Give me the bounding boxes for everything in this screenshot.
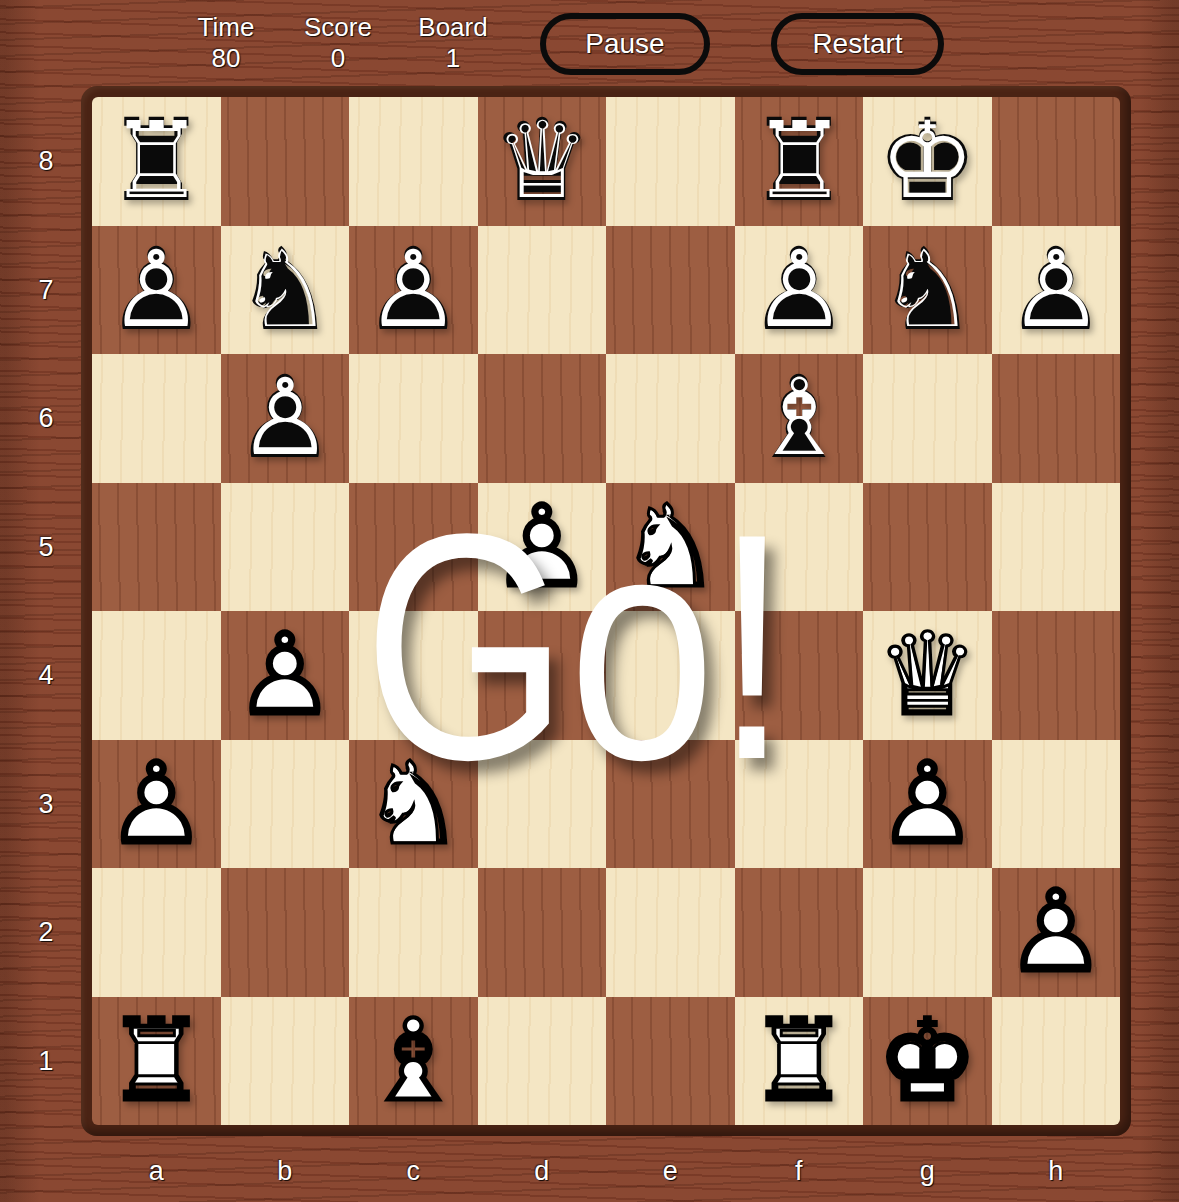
black-rook[interactable]: ♜♖ (735, 97, 864, 226)
white-knight-glyph-fill: ♞ (606, 483, 735, 612)
square-c4[interactable] (349, 611, 478, 740)
square-b1[interactable] (221, 997, 350, 1126)
white-bishop-glyph-outline: ♗ (349, 997, 478, 1126)
black-rook-glyph-outline: ♖ (96, 101, 216, 221)
square-e6[interactable] (606, 354, 735, 483)
white-pawn[interactable]: ♟♙ (92, 740, 221, 869)
white-pawn-glyph-outline: ♙ (863, 740, 992, 869)
square-d3[interactable] (478, 740, 607, 869)
square-g3[interactable]: ♟♙ (863, 740, 992, 869)
black-knight-glyph-fill: ♞ (863, 226, 992, 355)
square-b5[interactable] (221, 483, 350, 612)
square-f5[interactable] (735, 483, 864, 612)
square-f8[interactable]: ♜♖ (735, 97, 864, 226)
board-number-stat: Board 1 (383, 12, 523, 73)
white-pawn-glyph-outline: ♙ (92, 740, 221, 869)
square-d4[interactable] (478, 611, 607, 740)
white-pawn[interactable]: ♟♙ (221, 611, 350, 740)
square-e2[interactable] (606, 868, 735, 997)
black-king-glyph-outline: ♔ (867, 101, 987, 221)
file-label-b: b (265, 1155, 305, 1187)
square-h1[interactable] (992, 997, 1121, 1126)
white-bishop[interactable]: ♝♗ (349, 997, 478, 1126)
black-pawn[interactable]: ♟♙ (349, 226, 478, 355)
black-pawn-glyph-fill: ♟ (992, 226, 1121, 355)
square-a6[interactable] (92, 354, 221, 483)
square-g8[interactable]: ♚♔ (863, 97, 992, 226)
white-rook-glyph-outline: ♖ (735, 997, 864, 1126)
file-label-h: h (1036, 1155, 1076, 1187)
pause-button[interactable]: Pause (540, 13, 710, 75)
black-king-glyph-fill: ♚ (863, 97, 992, 226)
file-label-c: c (393, 1155, 433, 1187)
square-a8[interactable]: ♜♖ (92, 97, 221, 226)
file-label-d: d (522, 1155, 562, 1187)
rank-label-3: 3 (26, 788, 66, 820)
black-king[interactable]: ♚♔ (863, 97, 992, 226)
black-knight-glyph-outline: ♘ (867, 230, 987, 350)
square-h8[interactable] (992, 97, 1121, 226)
square-g1[interactable]: ♚♔ (863, 997, 992, 1126)
black-pawn[interactable]: ♟♙ (735, 226, 864, 355)
white-pawn[interactable]: ♟♙ (478, 483, 607, 612)
square-d1[interactable] (478, 997, 607, 1126)
square-b2[interactable] (221, 868, 350, 997)
file-label-g: g (907, 1155, 947, 1187)
square-b6[interactable]: ♟♙ (221, 354, 350, 483)
square-e7[interactable] (606, 226, 735, 355)
black-pawn[interactable]: ♟♙ (221, 354, 350, 483)
black-queen-glyph-fill: ♛ (478, 97, 607, 226)
square-b8[interactable] (221, 97, 350, 226)
white-knight-glyph-fill: ♞ (349, 740, 478, 869)
rank-label-1: 1 (26, 1045, 66, 1077)
white-pawn[interactable]: ♟♙ (992, 868, 1121, 997)
square-d5[interactable]: ♟♙ (478, 483, 607, 612)
white-pawn-glyph-fill: ♟ (221, 611, 350, 740)
black-pawn-glyph-fill: ♟ (92, 226, 221, 355)
white-pawn-glyph-outline: ♙ (221, 611, 350, 740)
white-king[interactable]: ♚♔ (863, 997, 992, 1126)
square-f4[interactable] (735, 611, 864, 740)
white-knight-glyph-outline: ♘ (349, 740, 478, 869)
black-rook-glyph-outline: ♖ (739, 101, 859, 221)
square-a1[interactable]: ♜♖ (92, 997, 221, 1126)
square-h3[interactable] (992, 740, 1121, 869)
black-rook[interactable]: ♜♖ (92, 97, 221, 226)
chess-app-screen: Time 80 Score 0 Board 1 Pause Restart 87… (0, 0, 1179, 1202)
white-pawn-glyph-outline: ♙ (478, 483, 607, 612)
square-a3[interactable]: ♟♙ (92, 740, 221, 869)
white-knight-glyph-outline: ♘ (606, 483, 735, 612)
file-label-f: f (779, 1155, 819, 1187)
square-g4[interactable]: ♛♕ (863, 611, 992, 740)
white-pawn-glyph-fill: ♟ (992, 868, 1121, 997)
white-pawn-glyph-outline: ♙ (992, 868, 1121, 997)
white-queen-glyph-outline: ♕ (863, 611, 992, 740)
square-c1[interactable]: ♝♗ (349, 997, 478, 1126)
square-g2[interactable] (863, 868, 992, 997)
square-g5[interactable] (863, 483, 992, 612)
board: ♜♖♛♕♜♖♚♔♟♙♞♘♟♙♟♙♞♘♟♙♟♙♝♗♟♙♞♘♟♙♛♕♟♙♞♘♟♙♟♙… (92, 97, 1120, 1125)
white-knight[interactable]: ♞♘ (349, 740, 478, 869)
square-b4[interactable]: ♟♙ (221, 611, 350, 740)
rank-label-4: 4 (26, 659, 66, 691)
square-g6[interactable] (863, 354, 992, 483)
black-pawn-glyph-outline: ♙ (739, 230, 859, 350)
rank-label-5: 5 (26, 531, 66, 563)
rank-label-2: 2 (26, 916, 66, 948)
black-pawn-glyph-outline: ♙ (225, 358, 345, 478)
file-label-e: e (650, 1155, 690, 1187)
black-knight[interactable]: ♞♘ (221, 226, 350, 355)
white-queen-glyph-fill: ♛ (863, 611, 992, 740)
black-rook-glyph-fill: ♜ (735, 97, 864, 226)
white-king-glyph-fill: ♚ (863, 997, 992, 1126)
square-e4[interactable] (606, 611, 735, 740)
square-h7[interactable]: ♟♙ (992, 226, 1121, 355)
square-e8[interactable] (606, 97, 735, 226)
square-c3[interactable]: ♞♘ (349, 740, 478, 869)
rank-label-6: 6 (26, 402, 66, 434)
black-bishop[interactable]: ♝♗ (735, 354, 864, 483)
square-c2[interactable] (349, 868, 478, 997)
white-pawn-glyph-fill: ♟ (478, 483, 607, 612)
black-pawn-glyph-fill: ♟ (349, 226, 478, 355)
rank-label-8: 8 (26, 145, 66, 177)
black-pawn[interactable]: ♟♙ (92, 226, 221, 355)
square-h5[interactable] (992, 483, 1121, 612)
square-e5[interactable]: ♞♘ (606, 483, 735, 612)
black-pawn-glyph-fill: ♟ (735, 226, 864, 355)
white-rook-glyph-outline: ♖ (92, 997, 221, 1126)
square-f1[interactable]: ♜♖ (735, 997, 864, 1126)
black-queen-glyph-outline: ♕ (482, 101, 602, 221)
square-a4[interactable] (92, 611, 221, 740)
square-f2[interactable] (735, 868, 864, 997)
square-d6[interactable] (478, 354, 607, 483)
square-f3[interactable] (735, 740, 864, 869)
board-frame: ♜♖♛♕♜♖♚♔♟♙♞♘♟♙♟♙♞♘♟♙♟♙♝♗♟♙♞♘♟♙♛♕♟♙♞♘♟♙♟♙… (81, 86, 1131, 1136)
white-queen[interactable]: ♛♕ (863, 611, 992, 740)
white-pawn-glyph-fill: ♟ (863, 740, 992, 869)
square-a5[interactable] (92, 483, 221, 612)
square-d8[interactable]: ♛♕ (478, 97, 607, 226)
black-knight[interactable]: ♞♘ (863, 226, 992, 355)
black-bishop-glyph-outline: ♗ (739, 358, 859, 478)
black-pawn-glyph-outline: ♙ (996, 230, 1116, 350)
square-b7[interactable]: ♞♘ (221, 226, 350, 355)
white-rook-glyph-fill: ♜ (735, 997, 864, 1126)
rank-label-7: 7 (26, 274, 66, 306)
square-a7[interactable]: ♟♙ (92, 226, 221, 355)
black-pawn-glyph-outline: ♙ (96, 230, 216, 350)
square-d7[interactable] (478, 226, 607, 355)
white-rook[interactable]: ♜♖ (735, 997, 864, 1126)
board-number-label: Board (383, 12, 523, 42)
white-knight[interactable]: ♞♘ (606, 483, 735, 612)
white-pawn-glyph-fill: ♟ (92, 740, 221, 869)
square-b3[interactable] (221, 740, 350, 869)
white-king-glyph-outline: ♔ (863, 997, 992, 1126)
square-h2[interactable]: ♟♙ (992, 868, 1121, 997)
square-e1[interactable] (606, 997, 735, 1126)
black-rook-glyph-fill: ♜ (92, 97, 221, 226)
board-number-value: 1 (383, 43, 523, 73)
white-rook-glyph-fill: ♜ (92, 997, 221, 1126)
square-c5[interactable] (349, 483, 478, 612)
square-e3[interactable] (606, 740, 735, 869)
square-c6[interactable] (349, 354, 478, 483)
restart-button[interactable]: Restart (771, 13, 944, 75)
white-pawn[interactable]: ♟♙ (863, 740, 992, 869)
square-f7[interactable]: ♟♙ (735, 226, 864, 355)
square-d2[interactable] (478, 868, 607, 997)
file-label-a: a (136, 1155, 176, 1187)
square-a2[interactable] (92, 868, 221, 997)
black-pawn-glyph-outline: ♙ (353, 230, 473, 350)
white-bishop-glyph-fill: ♝ (349, 997, 478, 1126)
square-c7[interactable]: ♟♙ (349, 226, 478, 355)
black-knight-glyph-fill: ♞ (221, 226, 350, 355)
square-h6[interactable] (992, 354, 1121, 483)
square-h4[interactable] (992, 611, 1121, 740)
black-pawn-glyph-fill: ♟ (221, 354, 350, 483)
white-rook[interactable]: ♜♖ (92, 997, 221, 1126)
black-bishop-glyph-fill: ♝ (735, 354, 864, 483)
black-pawn[interactable]: ♟♙ (992, 226, 1121, 355)
black-queen[interactable]: ♛♕ (478, 97, 607, 226)
square-c8[interactable] (349, 97, 478, 226)
square-f6[interactable]: ♝♗ (735, 354, 864, 483)
black-knight-glyph-outline: ♘ (225, 230, 345, 350)
square-g7[interactable]: ♞♘ (863, 226, 992, 355)
